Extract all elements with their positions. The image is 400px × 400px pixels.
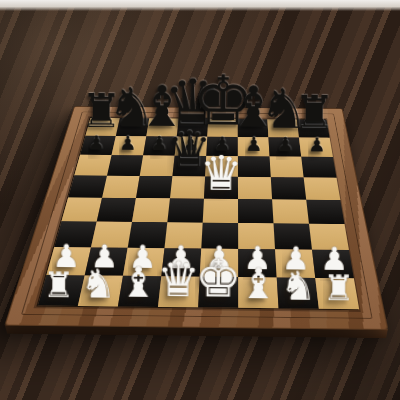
square-f1[interactable]: ♝ bbox=[238, 277, 278, 308]
square-h1[interactable]: ♜ bbox=[315, 278, 359, 309]
square-c5[interactable] bbox=[136, 176, 172, 198]
square-b1[interactable]: ♞ bbox=[78, 275, 123, 306]
white-rook-a1[interactable]: ♜ bbox=[43, 268, 75, 304]
square-g6[interactable] bbox=[270, 156, 304, 177]
square-e4[interactable] bbox=[203, 199, 238, 223]
black-pawn-c7[interactable]: ♟ bbox=[150, 134, 168, 154]
table-surface: ♜♞♝♛♚♝♞♜♟♟♟♟♟♟♟♟♛♛♟♟♟♟♟♟♟♟♜♞♝♛♚♝♞♜ bbox=[0, 0, 400, 400]
square-d4[interactable] bbox=[167, 198, 204, 222]
square-g5[interactable] bbox=[271, 177, 306, 200]
square-a7[interactable]: ♟ bbox=[80, 136, 116, 155]
square-g1[interactable]: ♞ bbox=[277, 277, 319, 308]
chess-board: ♜♞♝♛♚♝♞♜♟♟♟♟♟♟♟♟♛♛♟♟♟♟♟♟♟♟♜♞♝♛♚♝♞♜ bbox=[4, 106, 388, 330]
square-f4[interactable] bbox=[238, 199, 273, 223]
square-b7[interactable]: ♟ bbox=[112, 136, 147, 155]
square-f5[interactable] bbox=[238, 177, 272, 200]
square-h7[interactable]: ♟ bbox=[299, 138, 333, 158]
square-e5[interactable]: ♛ bbox=[204, 177, 238, 199]
square-h5[interactable] bbox=[304, 177, 341, 200]
white-king-e1[interactable]: ♚ bbox=[195, 253, 242, 305]
square-h4[interactable] bbox=[306, 200, 344, 224]
square-g4[interactable] bbox=[272, 199, 309, 223]
square-b5[interactable] bbox=[102, 176, 140, 198]
white-rook-h1[interactable]: ♜ bbox=[323, 271, 355, 307]
square-a5[interactable] bbox=[68, 175, 107, 197]
white-queen-d1[interactable]: ♛ bbox=[157, 256, 201, 305]
black-pawn-g7[interactable]: ♟ bbox=[276, 135, 294, 155]
white-queen-e5[interactable]: ♛ bbox=[200, 149, 243, 197]
square-b4[interactable] bbox=[97, 198, 136, 222]
square-c1[interactable]: ♝ bbox=[118, 276, 161, 307]
white-bishop-f1[interactable]: ♝ bbox=[239, 263, 277, 306]
square-h6[interactable] bbox=[301, 157, 336, 178]
black-rook-h8[interactable]: ♜ bbox=[293, 89, 335, 136]
square-a6[interactable] bbox=[74, 155, 111, 176]
black-pawn-b7[interactable]: ♟ bbox=[119, 134, 137, 154]
white-bishop-c1[interactable]: ♝ bbox=[119, 261, 157, 304]
square-g7[interactable]: ♟ bbox=[268, 137, 301, 156]
black-pawn-h7[interactable]: ♟ bbox=[308, 136, 326, 156]
square-e1[interactable]: ♚ bbox=[198, 277, 238, 308]
board-frame: ♜♞♝♛♚♝♞♜♟♟♟♟♟♟♟♟♛♛♟♟♟♟♟♟♟♟♜♞♝♛♚♝♞♜ bbox=[4, 106, 388, 330]
square-d1[interactable]: ♛ bbox=[158, 276, 200, 307]
black-pawn-f7[interactable]: ♟ bbox=[245, 135, 263, 155]
square-a4[interactable] bbox=[61, 197, 102, 221]
white-knight-b1[interactable]: ♞ bbox=[81, 263, 117, 303]
white-knight-g1[interactable]: ♞ bbox=[280, 265, 316, 305]
square-c4[interactable] bbox=[132, 198, 170, 222]
black-pawn-a7[interactable]: ♟ bbox=[88, 134, 106, 154]
chess-set-photo: ♜♞♝♛♚♝♞♜♟♟♟♟♟♟♟♟♛♛♟♟♟♟♟♟♟♟♜♞♝♛♚♝♞♜ bbox=[0, 0, 400, 400]
square-a1[interactable]: ♜ bbox=[38, 275, 85, 306]
board-grid: ♜♞♝♛♚♝♞♜♟♟♟♟♟♟♟♟♛♛♟♟♟♟♟♟♟♟♜♞♝♛♚♝♞♜ bbox=[38, 118, 357, 309]
square-b6[interactable] bbox=[107, 155, 143, 176]
